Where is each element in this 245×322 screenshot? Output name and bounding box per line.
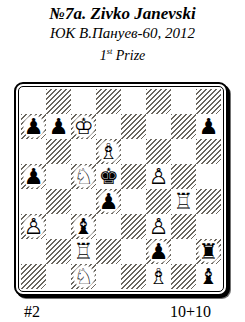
white-king-icon: ♔ bbox=[72, 114, 96, 139]
square-h7: ♟ bbox=[196, 114, 221, 139]
black-pawn-icon: ♟ bbox=[22, 114, 46, 139]
tourney-source: ЮК В.Пануев-60, 2012 bbox=[0, 24, 245, 43]
square-d3 bbox=[96, 214, 121, 239]
square-c5: ♘ bbox=[71, 164, 96, 189]
square-g6 bbox=[171, 139, 196, 164]
square-f5: ♙ bbox=[146, 164, 171, 189]
square-c7: ♔ bbox=[71, 114, 96, 139]
square-h1: ♝ bbox=[196, 264, 221, 289]
board-frame: ♟♟♔♟♗♟♘♚♙♟♖♙♝♙♖♟♜♘♗♝ bbox=[14, 82, 228, 296]
square-e7 bbox=[121, 114, 146, 139]
square-f1: ♗ bbox=[146, 264, 171, 289]
board-inner-frame: ♟♟♔♟♗♟♘♚♙♟♖♙♝♙♖♟♜♘♗♝ bbox=[18, 86, 224, 292]
square-f6 bbox=[146, 139, 171, 164]
square-h6 bbox=[196, 139, 221, 164]
square-d2 bbox=[96, 239, 121, 264]
square-g7 bbox=[171, 114, 196, 139]
square-e3 bbox=[121, 214, 146, 239]
black-bishop-icon: ♝ bbox=[72, 214, 96, 239]
square-a5: ♟ bbox=[21, 164, 46, 189]
square-f4 bbox=[146, 189, 171, 214]
material-count: 10+10 bbox=[170, 303, 211, 321]
white-knight-icon: ♘ bbox=[72, 264, 96, 289]
problem-header: №7a. Zivko Janevski ЮК В.Пануев-60, 2012… bbox=[0, 0, 245, 65]
square-h5 bbox=[196, 164, 221, 189]
square-c1: ♘ bbox=[71, 264, 96, 289]
square-b5 bbox=[46, 164, 71, 189]
prize-line: 1st Prize bbox=[0, 43, 245, 65]
prize-ordinal: st bbox=[107, 47, 113, 56]
square-e5 bbox=[121, 164, 146, 189]
black-rook-icon: ♜ bbox=[197, 239, 221, 264]
white-knight-icon: ♘ bbox=[72, 164, 96, 189]
square-d8 bbox=[96, 89, 121, 114]
white-rook-icon: ♖ bbox=[72, 239, 96, 264]
square-a7: ♟ bbox=[21, 114, 46, 139]
square-e1 bbox=[121, 264, 146, 289]
problem-title: №7a. Zivko Janevski bbox=[0, 4, 245, 24]
chess-board: ♟♟♔♟♗♟♘♚♙♟♖♙♝♙♖♟♜♘♗♝ bbox=[21, 89, 221, 289]
black-pawn-icon: ♟ bbox=[197, 114, 221, 139]
black-pawn-icon: ♟ bbox=[97, 189, 121, 214]
square-b8 bbox=[46, 89, 71, 114]
square-g4: ♖ bbox=[171, 189, 196, 214]
square-b4 bbox=[46, 189, 71, 214]
square-h3 bbox=[196, 214, 221, 239]
square-g8 bbox=[171, 89, 196, 114]
square-d5: ♚ bbox=[96, 164, 121, 189]
black-pawn-icon: ♟ bbox=[147, 239, 171, 264]
square-f8 bbox=[146, 89, 171, 114]
white-bishop-icon: ♗ bbox=[147, 264, 171, 289]
caption-row: #2 10+10 bbox=[24, 303, 211, 321]
square-h8 bbox=[196, 89, 221, 114]
square-f2: ♟ bbox=[146, 239, 171, 264]
square-d4: ♟ bbox=[96, 189, 121, 214]
black-king-icon: ♚ bbox=[97, 164, 121, 189]
black-pawn-icon: ♟ bbox=[22, 164, 46, 189]
square-b3 bbox=[46, 214, 71, 239]
square-f7 bbox=[146, 114, 171, 139]
square-e4 bbox=[121, 189, 146, 214]
prize-word: Prize bbox=[116, 48, 146, 63]
black-pawn-icon: ♟ bbox=[47, 114, 71, 139]
white-pawn-icon: ♙ bbox=[147, 214, 171, 239]
square-c3: ♝ bbox=[71, 214, 96, 239]
stipulation: #2 bbox=[24, 303, 40, 321]
square-e2 bbox=[121, 239, 146, 264]
square-a3: ♙ bbox=[21, 214, 46, 239]
square-d6: ♗ bbox=[96, 139, 121, 164]
white-pawn-icon: ♙ bbox=[147, 164, 171, 189]
square-h2: ♜ bbox=[196, 239, 221, 264]
square-c6 bbox=[71, 139, 96, 164]
square-g3 bbox=[171, 214, 196, 239]
square-a2 bbox=[21, 239, 46, 264]
prize-number: 1 bbox=[100, 48, 107, 63]
square-c4 bbox=[71, 189, 96, 214]
square-a8 bbox=[21, 89, 46, 114]
square-a4 bbox=[21, 189, 46, 214]
square-b7: ♟ bbox=[46, 114, 71, 139]
white-bishop-icon: ♗ bbox=[97, 139, 121, 164]
square-b6 bbox=[46, 139, 71, 164]
square-f3: ♙ bbox=[146, 214, 171, 239]
square-d7 bbox=[96, 114, 121, 139]
square-a6 bbox=[21, 139, 46, 164]
square-d1 bbox=[96, 264, 121, 289]
black-bishop-icon: ♝ bbox=[197, 264, 221, 289]
white-rook-icon: ♖ bbox=[172, 189, 196, 214]
square-g2 bbox=[171, 239, 196, 264]
square-e6 bbox=[121, 139, 146, 164]
square-e8 bbox=[121, 89, 146, 114]
square-g1 bbox=[171, 264, 196, 289]
square-h4 bbox=[196, 189, 221, 214]
square-c2: ♖ bbox=[71, 239, 96, 264]
square-b2 bbox=[46, 239, 71, 264]
square-g5 bbox=[171, 164, 196, 189]
square-c8 bbox=[71, 89, 96, 114]
square-b1 bbox=[46, 264, 71, 289]
white-pawn-icon: ♙ bbox=[22, 214, 46, 239]
square-a1 bbox=[21, 264, 46, 289]
